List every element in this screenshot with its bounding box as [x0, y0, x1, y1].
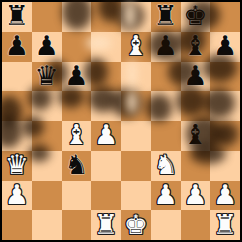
black-pawn-piece[interactable]: ♟ [35, 32, 59, 59]
square-g1[interactable] [181, 210, 211, 240]
black-bishop-piece[interactable]: ♝ [183, 121, 207, 148]
square-f1[interactable] [151, 210, 181, 240]
square-c6[interactable]: ♟ [62, 62, 92, 92]
square-h2[interactable]: ♟ [210, 181, 240, 211]
white-rook-piece[interactable]: ♜ [213, 211, 237, 238]
square-d2[interactable] [91, 181, 121, 211]
white-pawn-piece[interactable]: ♟ [5, 181, 29, 208]
chess-board[interactable]: ♜♜♚♟♟♝♟♝♟♛♟♟♝♟♝♛♞♞♟♟♟♟♜♚♜ [2, 2, 240, 240]
square-b4[interactable] [32, 121, 62, 151]
square-e3[interactable] [121, 151, 151, 181]
square-d7[interactable] [91, 32, 121, 62]
square-g3[interactable] [181, 151, 211, 181]
square-d8[interactable] [91, 2, 121, 32]
square-a5[interactable] [2, 91, 32, 121]
white-pawn-piece[interactable]: ♟ [154, 181, 178, 208]
square-c4[interactable]: ♝ [62, 121, 92, 151]
black-knight-piece[interactable]: ♞ [64, 151, 88, 178]
white-bishop-piece[interactable]: ♝ [64, 121, 88, 148]
chess-board-frame: ♜♜♚♟♟♝♟♝♟♛♟♟♝♟♝♛♞♞♟♟♟♟♜♚♜ [0, 0, 242, 242]
square-e8[interactable] [121, 2, 151, 32]
square-h6[interactable] [210, 62, 240, 92]
square-c5[interactable] [62, 91, 92, 121]
square-g5[interactable] [181, 91, 211, 121]
black-pawn-piece[interactable]: ♟ [183, 62, 207, 89]
black-pawn-piece[interactable]: ♟ [64, 62, 88, 89]
square-g2[interactable]: ♟ [181, 181, 211, 211]
square-b5[interactable] [32, 91, 62, 121]
white-pawn-piece[interactable]: ♟ [94, 121, 118, 148]
white-knight-piece[interactable]: ♞ [154, 151, 178, 178]
square-a1[interactable] [2, 210, 32, 240]
square-c3[interactable]: ♞ [62, 151, 92, 181]
black-bishop-piece[interactable]: ♝ [183, 32, 207, 59]
square-f7[interactable]: ♟ [151, 32, 181, 62]
square-g4[interactable]: ♝ [181, 121, 211, 151]
black-rook-piece[interactable]: ♜ [154, 2, 178, 29]
black-pawn-piece[interactable]: ♟ [5, 32, 29, 59]
square-h3[interactable] [210, 151, 240, 181]
black-pawn-piece[interactable]: ♟ [154, 32, 178, 59]
square-b2[interactable] [32, 181, 62, 211]
black-rook-piece[interactable]: ♜ [5, 2, 29, 29]
square-a6[interactable] [2, 62, 32, 92]
square-a4[interactable] [2, 121, 32, 151]
square-b3[interactable] [32, 151, 62, 181]
square-b1[interactable] [32, 210, 62, 240]
square-b7[interactable]: ♟ [32, 32, 62, 62]
square-a8[interactable]: ♜ [2, 2, 32, 32]
square-h4[interactable] [210, 121, 240, 151]
white-bishop-piece[interactable]: ♝ [124, 32, 148, 59]
square-c8[interactable] [62, 2, 92, 32]
black-queen-piece[interactable]: ♛ [35, 62, 59, 89]
square-f8[interactable]: ♜ [151, 2, 181, 32]
square-e6[interactable] [121, 62, 151, 92]
square-a7[interactable]: ♟ [2, 32, 32, 62]
black-pawn-piece[interactable]: ♟ [213, 32, 237, 59]
square-f4[interactable] [151, 121, 181, 151]
square-c2[interactable] [62, 181, 92, 211]
square-f3[interactable]: ♞ [151, 151, 181, 181]
square-d6[interactable] [91, 62, 121, 92]
square-f6[interactable] [151, 62, 181, 92]
square-a3[interactable]: ♛ [2, 151, 32, 181]
white-queen-piece[interactable]: ♛ [5, 151, 29, 178]
square-d3[interactable] [91, 151, 121, 181]
square-d1[interactable]: ♜ [91, 210, 121, 240]
white-rook-piece[interactable]: ♜ [94, 211, 118, 238]
square-c7[interactable] [62, 32, 92, 62]
square-e5[interactable] [121, 91, 151, 121]
square-b8[interactable] [32, 2, 62, 32]
square-g6[interactable]: ♟ [181, 62, 211, 92]
white-king-piece[interactable]: ♚ [124, 211, 148, 238]
square-g7[interactable]: ♝ [181, 32, 211, 62]
white-pawn-piece[interactable]: ♟ [183, 181, 207, 208]
black-king-piece[interactable]: ♚ [183, 2, 207, 29]
square-e2[interactable] [121, 181, 151, 211]
square-h5[interactable] [210, 91, 240, 121]
square-g8[interactable]: ♚ [181, 2, 211, 32]
square-e4[interactable] [121, 121, 151, 151]
square-e1[interactable]: ♚ [121, 210, 151, 240]
white-pawn-piece[interactable]: ♟ [213, 181, 237, 208]
square-c1[interactable] [62, 210, 92, 240]
square-b6[interactable]: ♛ [32, 62, 62, 92]
square-e7[interactable]: ♝ [121, 32, 151, 62]
square-d5[interactable] [91, 91, 121, 121]
square-h7[interactable]: ♟ [210, 32, 240, 62]
square-f5[interactable] [151, 91, 181, 121]
square-a2[interactable]: ♟ [2, 181, 32, 211]
square-h1[interactable]: ♜ [210, 210, 240, 240]
square-h8[interactable] [210, 2, 240, 32]
square-d4[interactable]: ♟ [91, 121, 121, 151]
square-f2[interactable]: ♟ [151, 181, 181, 211]
